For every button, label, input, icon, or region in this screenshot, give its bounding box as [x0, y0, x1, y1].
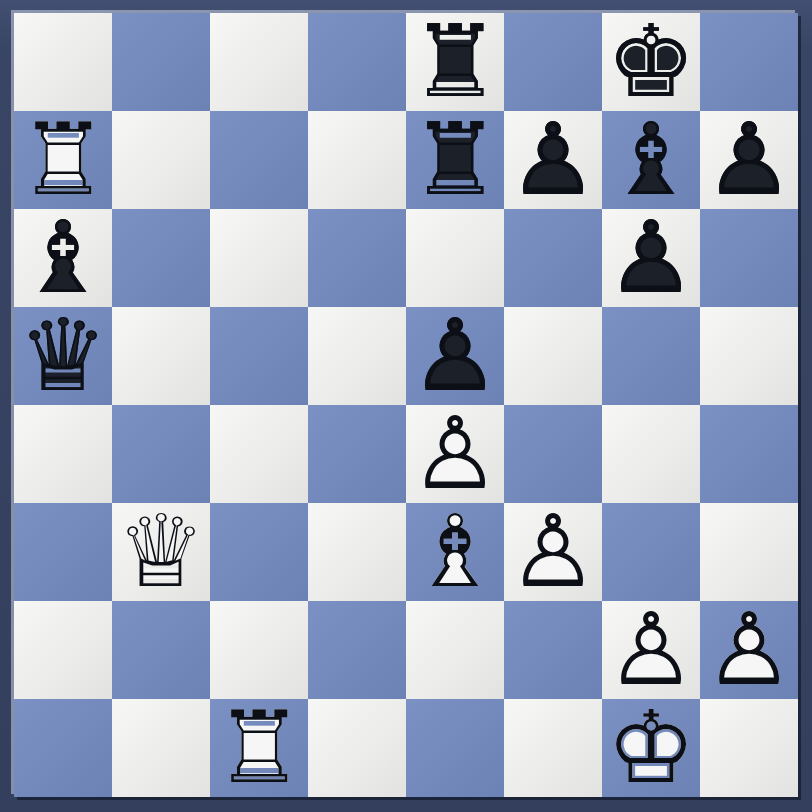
white-pawn-glyph-fill: ♟ — [406, 405, 504, 503]
square-b7[interactable] — [112, 111, 210, 209]
white-pawn-glyph-outline: ♙ — [700, 601, 798, 699]
white-rook-glyph-fill: ♜ — [14, 111, 112, 209]
square-b5[interactable] — [112, 307, 210, 405]
black-rook-glyph-outline: ♖ — [406, 13, 504, 111]
black-bishop-glyph-fill: ♝ — [602, 111, 700, 209]
black-pawn-glyph-outline: ♙ — [504, 111, 602, 209]
piece-black-pawn[interactable]: ♟♙ — [700, 111, 798, 209]
square-g2[interactable]: ♟♙ — [602, 601, 700, 699]
square-a8[interactable] — [14, 13, 112, 111]
square-g6[interactable]: ♟♙ — [602, 209, 700, 307]
square-e6[interactable] — [406, 209, 504, 307]
square-c7[interactable] — [210, 111, 308, 209]
piece-white-pawn[interactable]: ♟♙ — [504, 503, 602, 601]
piece-white-pawn[interactable]: ♟♙ — [602, 601, 700, 699]
square-g1[interactable]: ♚♔ — [602, 699, 700, 797]
black-king-glyph-fill: ♚ — [602, 13, 700, 111]
white-king-glyph-outline: ♔ — [602, 699, 700, 797]
square-c3[interactable] — [210, 503, 308, 601]
square-c5[interactable] — [210, 307, 308, 405]
square-e8[interactable]: ♜♖ — [406, 13, 504, 111]
white-pawn-glyph-fill: ♟ — [504, 503, 602, 601]
white-pawn-glyph-fill: ♟ — [602, 601, 700, 699]
square-f5[interactable] — [504, 307, 602, 405]
black-pawn-glyph-fill: ♟ — [406, 307, 504, 405]
black-bishop-glyph-outline: ♗ — [602, 111, 700, 209]
square-f3[interactable]: ♟♙ — [504, 503, 602, 601]
square-g5[interactable] — [602, 307, 700, 405]
square-d7[interactable] — [308, 111, 406, 209]
white-pawn-glyph-fill: ♟ — [700, 601, 798, 699]
board-frame: ♜♖♚♔♜♖♜♖♟♙♝♗♟♙♝♗♟♙♛♕♟♙♟♙♛♕♝♗♟♙♟♙♟♙♜♖♚♔ — [0, 0, 812, 812]
square-h1[interactable] — [700, 699, 798, 797]
square-b4[interactable] — [112, 405, 210, 503]
white-queen-glyph-outline: ♕ — [112, 503, 210, 601]
square-f2[interactable] — [504, 601, 602, 699]
square-d6[interactable] — [308, 209, 406, 307]
black-pawn-glyph-outline: ♙ — [700, 111, 798, 209]
square-d4[interactable] — [308, 405, 406, 503]
white-pawn-glyph-outline: ♙ — [602, 601, 700, 699]
piece-black-pawn[interactable]: ♟♙ — [602, 209, 700, 307]
square-a3[interactable] — [14, 503, 112, 601]
black-queen-glyph-outline: ♕ — [14, 307, 112, 405]
square-a5[interactable]: ♛♕ — [14, 307, 112, 405]
black-pawn-glyph-outline: ♙ — [406, 307, 504, 405]
square-d5[interactable] — [308, 307, 406, 405]
black-bishop-glyph-outline: ♗ — [14, 209, 112, 307]
piece-black-king[interactable]: ♚♔ — [602, 13, 700, 111]
square-c8[interactable] — [210, 13, 308, 111]
piece-white-queen[interactable]: ♛♕ — [112, 503, 210, 601]
black-pawn-glyph-fill: ♟ — [504, 111, 602, 209]
square-g8[interactable]: ♚♔ — [602, 13, 700, 111]
square-h3[interactable] — [700, 503, 798, 601]
square-a7[interactable]: ♜♖ — [14, 111, 112, 209]
piece-white-rook[interactable]: ♜♖ — [210, 699, 308, 797]
square-a6[interactable]: ♝♗ — [14, 209, 112, 307]
white-pawn-glyph-outline: ♙ — [504, 503, 602, 601]
square-h6[interactable] — [700, 209, 798, 307]
piece-black-rook[interactable]: ♜♖ — [406, 111, 504, 209]
square-g4[interactable] — [602, 405, 700, 503]
square-e3[interactable]: ♝♗ — [406, 503, 504, 601]
black-rook-glyph-fill: ♜ — [406, 13, 504, 111]
square-a2[interactable] — [14, 601, 112, 699]
white-bishop-glyph-fill: ♝ — [406, 503, 504, 601]
square-e1[interactable] — [406, 699, 504, 797]
square-f7[interactable]: ♟♙ — [504, 111, 602, 209]
black-pawn-glyph-outline: ♙ — [602, 209, 700, 307]
square-d2[interactable] — [308, 601, 406, 699]
piece-black-pawn[interactable]: ♟♙ — [406, 307, 504, 405]
black-pawn-glyph-fill: ♟ — [602, 209, 700, 307]
square-b1[interactable] — [112, 699, 210, 797]
square-f4[interactable] — [504, 405, 602, 503]
piece-white-rook[interactable]: ♜♖ — [14, 111, 112, 209]
piece-black-rook[interactable]: ♜♖ — [406, 13, 504, 111]
square-g7[interactable]: ♝♗ — [602, 111, 700, 209]
square-a1[interactable] — [14, 699, 112, 797]
square-b3[interactable]: ♛♕ — [112, 503, 210, 601]
black-rook-glyph-fill: ♜ — [406, 111, 504, 209]
square-h8[interactable] — [700, 13, 798, 111]
square-f8[interactable] — [504, 13, 602, 111]
square-e5[interactable]: ♟♙ — [406, 307, 504, 405]
piece-black-queen[interactable]: ♛♕ — [14, 307, 112, 405]
piece-white-bishop[interactable]: ♝♗ — [406, 503, 504, 601]
square-d3[interactable] — [308, 503, 406, 601]
square-f6[interactable] — [504, 209, 602, 307]
square-d1[interactable] — [308, 699, 406, 797]
white-pawn-glyph-outline: ♙ — [406, 405, 504, 503]
square-c2[interactable] — [210, 601, 308, 699]
square-f1[interactable] — [504, 699, 602, 797]
white-king-glyph-fill: ♚ — [602, 699, 700, 797]
square-a4[interactable] — [14, 405, 112, 503]
square-h4[interactable] — [700, 405, 798, 503]
square-b8[interactable] — [112, 13, 210, 111]
piece-white-pawn[interactable]: ♟♙ — [700, 601, 798, 699]
square-e4[interactable]: ♟♙ — [406, 405, 504, 503]
square-c4[interactable] — [210, 405, 308, 503]
white-queen-glyph-fill: ♛ — [112, 503, 210, 601]
square-d8[interactable] — [308, 13, 406, 111]
square-b2[interactable] — [112, 601, 210, 699]
piece-white-king[interactable]: ♚♔ — [602, 699, 700, 797]
square-g3[interactable] — [602, 503, 700, 601]
black-pawn-glyph-fill: ♟ — [700, 111, 798, 209]
square-h7[interactable]: ♟♙ — [700, 111, 798, 209]
black-queen-glyph-fill: ♛ — [14, 307, 112, 405]
black-bishop-glyph-fill: ♝ — [14, 209, 112, 307]
square-c6[interactable] — [210, 209, 308, 307]
square-e2[interactable] — [406, 601, 504, 699]
square-c1[interactable]: ♜♖ — [210, 699, 308, 797]
square-h5[interactable] — [700, 307, 798, 405]
square-h2[interactable]: ♟♙ — [700, 601, 798, 699]
piece-black-bishop[interactable]: ♝♗ — [14, 209, 112, 307]
black-rook-glyph-outline: ♖ — [406, 111, 504, 209]
piece-white-pawn[interactable]: ♟♙ — [406, 405, 504, 503]
white-bishop-glyph-outline: ♗ — [406, 503, 504, 601]
piece-black-bishop[interactable]: ♝♗ — [602, 111, 700, 209]
black-king-glyph-outline: ♔ — [602, 13, 700, 111]
piece-black-pawn[interactable]: ♟♙ — [504, 111, 602, 209]
chess-board: ♜♖♚♔♜♖♜♖♟♙♝♗♟♙♝♗♟♙♛♕♟♙♟♙♛♕♝♗♟♙♟♙♟♙♜♖♚♔ — [14, 13, 798, 797]
white-rook-glyph-fill: ♜ — [210, 699, 308, 797]
square-b6[interactable] — [112, 209, 210, 307]
square-e7[interactable]: ♜♖ — [406, 111, 504, 209]
white-rook-glyph-outline: ♖ — [210, 699, 308, 797]
white-rook-glyph-outline: ♖ — [14, 111, 112, 209]
